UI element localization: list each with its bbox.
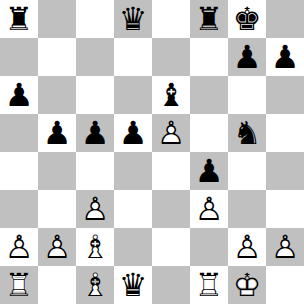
- black-pawn: ♟: [228, 38, 266, 76]
- white-pawn: ♟♙: [190, 190, 228, 228]
- square-f8[interactable]: ♜: [190, 0, 228, 38]
- square-g4[interactable]: [228, 152, 266, 190]
- black-king: ♚: [228, 0, 266, 38]
- black-pawn: ♟: [76, 114, 114, 152]
- white-rook: ♜♖: [190, 266, 228, 304]
- white-rook-glyph: ♖: [190, 266, 228, 304]
- square-g3[interactable]: [228, 190, 266, 228]
- white-king: ♚♔: [228, 266, 266, 304]
- black-bishop: ♝: [152, 76, 190, 114]
- square-h6[interactable]: [266, 76, 304, 114]
- square-a6[interactable]: ♟: [0, 76, 38, 114]
- square-c6[interactable]: [76, 76, 114, 114]
- white-pawn-glyph: ♙: [152, 114, 190, 152]
- square-a8[interactable]: ♜: [0, 0, 38, 38]
- square-c3[interactable]: ♟♙: [76, 190, 114, 228]
- square-f1[interactable]: ♜♖: [190, 266, 228, 304]
- square-b6[interactable]: [38, 76, 76, 114]
- square-e1[interactable]: [152, 266, 190, 304]
- square-c5[interactable]: ♟: [76, 114, 114, 152]
- square-d4[interactable]: [114, 152, 152, 190]
- square-h1[interactable]: [266, 266, 304, 304]
- white-bishop-glyph: ♗: [76, 228, 114, 266]
- square-b1[interactable]: [38, 266, 76, 304]
- black-pawn-glyph: ♟: [38, 114, 76, 152]
- square-d3[interactable]: [114, 190, 152, 228]
- square-e6[interactable]: ♝: [152, 76, 190, 114]
- white-pawn: ♟♙: [266, 228, 304, 266]
- square-f6[interactable]: [190, 76, 228, 114]
- black-queen-glyph: ♛: [114, 0, 152, 38]
- white-bishop-glyph: ♗: [76, 266, 114, 304]
- square-c7[interactable]: [76, 38, 114, 76]
- square-g6[interactable]: [228, 76, 266, 114]
- white-pawn-glyph: ♙: [266, 228, 304, 266]
- square-h7[interactable]: ♟: [266, 38, 304, 76]
- square-f5[interactable]: [190, 114, 228, 152]
- square-e7[interactable]: [152, 38, 190, 76]
- black-knight: ♞: [228, 114, 266, 152]
- square-h2[interactable]: ♟♙: [266, 228, 304, 266]
- black-pawn-glyph: ♟: [228, 38, 266, 76]
- square-b5[interactable]: ♟: [38, 114, 76, 152]
- square-f3[interactable]: ♟♙: [190, 190, 228, 228]
- white-pawn-glyph: ♙: [190, 190, 228, 228]
- square-g8[interactable]: ♚: [228, 0, 266, 38]
- black-queen-glyph: ♛: [114, 266, 152, 304]
- square-h5[interactable]: [266, 114, 304, 152]
- square-b2[interactable]: ♟♙: [38, 228, 76, 266]
- black-pawn: ♟: [0, 76, 38, 114]
- square-a1[interactable]: ♜♖: [0, 266, 38, 304]
- square-e3[interactable]: [152, 190, 190, 228]
- black-king-glyph: ♚: [228, 0, 266, 38]
- white-pawn: ♟♙: [152, 114, 190, 152]
- white-pawn: ♟♙: [0, 228, 38, 266]
- black-queen: ♛: [114, 0, 152, 38]
- square-a4[interactable]: [0, 152, 38, 190]
- white-pawn: ♟♙: [228, 228, 266, 266]
- square-b3[interactable]: [38, 190, 76, 228]
- black-pawn: ♟: [190, 152, 228, 190]
- square-h4[interactable]: [266, 152, 304, 190]
- square-a7[interactable]: [0, 38, 38, 76]
- black-pawn: ♟: [266, 38, 304, 76]
- square-e2[interactable]: [152, 228, 190, 266]
- square-g1[interactable]: ♚♔: [228, 266, 266, 304]
- black-pawn-glyph: ♟: [0, 76, 38, 114]
- square-e4[interactable]: [152, 152, 190, 190]
- black-pawn: ♟: [114, 114, 152, 152]
- square-c8[interactable]: [76, 0, 114, 38]
- square-c2[interactable]: ♝♗: [76, 228, 114, 266]
- square-g5[interactable]: ♞: [228, 114, 266, 152]
- square-e8[interactable]: [152, 0, 190, 38]
- white-pawn-glyph: ♙: [0, 228, 38, 266]
- white-king-glyph: ♔: [228, 266, 266, 304]
- white-pawn-glyph: ♙: [76, 190, 114, 228]
- black-rook-glyph: ♜: [190, 0, 228, 38]
- white-pawn: ♟♙: [38, 228, 76, 266]
- white-bishop: ♝♗: [76, 266, 114, 304]
- white-pawn-glyph: ♙: [228, 228, 266, 266]
- square-g7[interactable]: ♟: [228, 38, 266, 76]
- square-f7[interactable]: [190, 38, 228, 76]
- square-b8[interactable]: [38, 0, 76, 38]
- black-pawn-glyph: ♟: [114, 114, 152, 152]
- square-c1[interactable]: ♝♗: [76, 266, 114, 304]
- white-pawn: ♟♙: [76, 190, 114, 228]
- black-pawn: ♟: [38, 114, 76, 152]
- white-rook: ♜♖: [0, 266, 38, 304]
- square-a2[interactable]: ♟♙: [0, 228, 38, 266]
- black-rook: ♜: [190, 0, 228, 38]
- black-pawn-glyph: ♟: [76, 114, 114, 152]
- square-f4[interactable]: ♟: [190, 152, 228, 190]
- square-a3[interactable]: [0, 190, 38, 228]
- black-pawn-glyph: ♟: [190, 152, 228, 190]
- square-d6[interactable]: [114, 76, 152, 114]
- square-d2[interactable]: [114, 228, 152, 266]
- white-rook-glyph: ♖: [0, 266, 38, 304]
- white-pawn-glyph: ♙: [38, 228, 76, 266]
- square-d1[interactable]: ♛: [114, 266, 152, 304]
- square-d8[interactable]: ♛: [114, 0, 152, 38]
- black-pawn-glyph: ♟: [266, 38, 304, 76]
- chess-board: ♜♛♜♚♟♟♟♝♟♟♟♟♙♞♟♟♙♟♙♟♙♟♙♝♗♟♙♟♙♜♖♝♗♛♜♖♚♔: [0, 0, 304, 304]
- square-a5[interactable]: [0, 114, 38, 152]
- white-bishop: ♝♗: [76, 228, 114, 266]
- square-f2[interactable]: [190, 228, 228, 266]
- black-bishop-glyph: ♝: [152, 76, 190, 114]
- square-h8[interactable]: [266, 0, 304, 38]
- black-rook-glyph: ♜: [0, 0, 38, 38]
- square-g2[interactable]: ♟♙: [228, 228, 266, 266]
- square-b4[interactable]: [38, 152, 76, 190]
- square-d7[interactable]: [114, 38, 152, 76]
- black-rook: ♜: [0, 0, 38, 38]
- black-knight-glyph: ♞: [228, 114, 266, 152]
- square-b7[interactable]: [38, 38, 76, 76]
- square-c4[interactable]: [76, 152, 114, 190]
- square-e5[interactable]: ♟♙: [152, 114, 190, 152]
- square-h3[interactable]: [266, 190, 304, 228]
- square-d5[interactable]: ♟: [114, 114, 152, 152]
- black-queen: ♛: [114, 266, 152, 304]
